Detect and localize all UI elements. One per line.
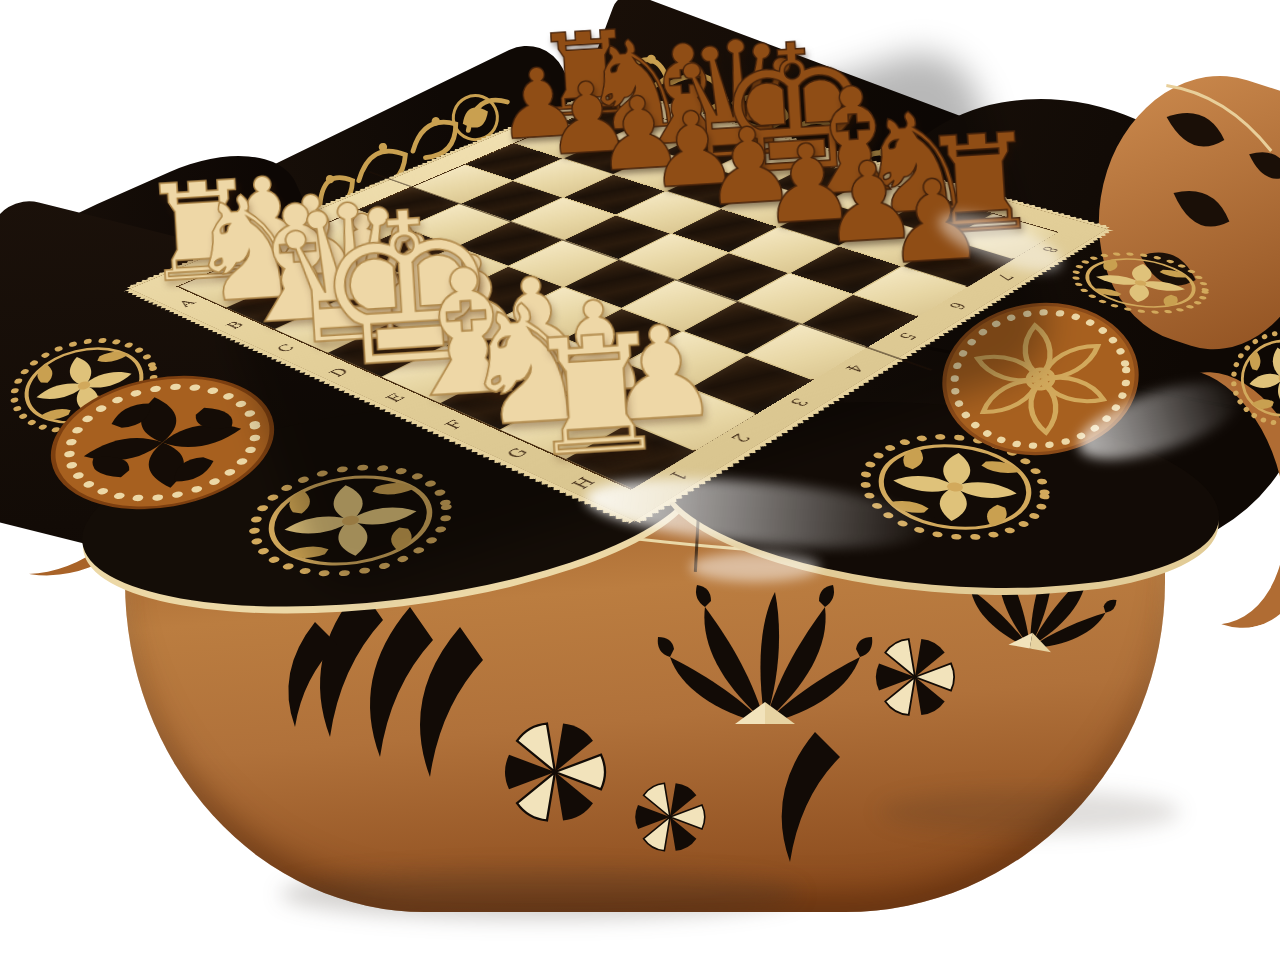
board-grid: ♜♞♝♛♚♝♞♜♟♟♟♟♟♟♟♟♟♟♟♟♟♟♟♟♜♞♝♛♚♝♞♜	[179, 103, 1056, 488]
chessboard: ♜♞♝♛♚♝♞♜♟♟♟♟♟♟♟♟♟♟♟♟♟♟♟♟♜♞♝♛♚♝♞♜ ABCDEFG…	[129, 88, 1109, 521]
white-rook[interactable]: ♜	[520, 316, 673, 477]
floor-shadow	[880, 790, 1180, 834]
carved-chess-set-photo: ♜♞♝♛♚♝♞♜♟♟♟♟♟♟♟♟♟♟♟♟♟♟♟♟♜♞♝♛♚♝♞♜ ABCDEFG…	[0, 0, 1280, 960]
black-pawn[interactable]: ♟	[881, 166, 988, 278]
board-frame: ♜♞♝♛♚♝♞♜♟♟♟♟♟♟♟♟♟♟♟♟♟♟♟♟♜♞♝♛♚♝♞♜ ABCDEFG…	[129, 88, 1109, 521]
floor-shadow	[280, 868, 800, 920]
